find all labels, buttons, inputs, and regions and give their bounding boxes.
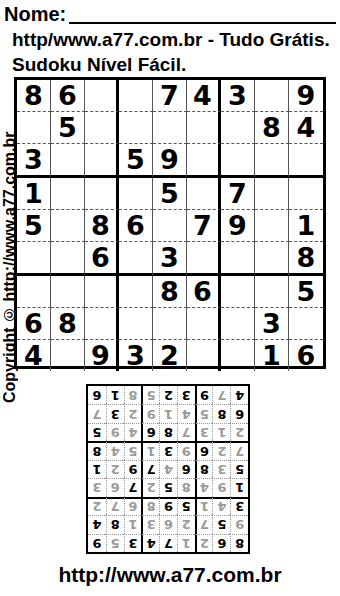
puzzle-cell-r6c7 xyxy=(221,242,255,276)
puzzle-cell-r1c7: 3 xyxy=(221,80,255,112)
puzzle-cell-r2c2: 5 xyxy=(51,112,85,144)
puzzle-cell-r3c2 xyxy=(51,144,85,178)
puzzle-cell-r8c5 xyxy=(153,308,187,340)
solution-cell-r9c3: 9 xyxy=(195,386,213,404)
solution-cell-r5c3: 8 xyxy=(195,460,213,478)
puzzle-cell-r6c9: 8 xyxy=(289,242,323,276)
solution-cell-r9c1: 4 xyxy=(230,386,248,404)
solution-cell-r5c2: 3 xyxy=(212,460,230,478)
puzzle-cell-r9c6 xyxy=(187,340,221,371)
puzzle-cell-r7c5: 8 xyxy=(153,276,187,308)
puzzle-cell-r1c5: 7 xyxy=(153,80,187,112)
puzzle-cell-r9c5: 2 xyxy=(153,340,187,371)
solution-cell-r7c7: 4 xyxy=(124,423,142,441)
puzzle-cell-r7c1 xyxy=(17,276,51,308)
solution-cell-r3c2: 4 xyxy=(212,497,230,515)
puzzle-cell-r8c9 xyxy=(289,308,323,340)
solution-cell-r9c7: 8 xyxy=(124,386,142,404)
solution-cell-r5c7: 9 xyxy=(124,460,142,478)
puzzle-cell-r5c4: 6 xyxy=(119,210,153,242)
puzzle-cell-r3c4: 5 xyxy=(119,144,153,178)
solution-cell-r1c7: 3 xyxy=(124,534,142,552)
solution-cell-r2c8: 8 xyxy=(106,515,124,533)
solution-cell-r4c3: 4 xyxy=(195,478,213,496)
puzzle-cell-r2c8: 8 xyxy=(255,112,289,144)
solution-cell-r4c7: 7 xyxy=(124,478,142,496)
solution-cell-r5c5: 4 xyxy=(159,460,177,478)
puzzle-cell-r5c3: 8 xyxy=(85,210,119,242)
puzzle-cell-r3c7 xyxy=(221,144,255,178)
puzzle-cell-r4c8 xyxy=(255,178,289,210)
solution-cell-r8c1: 6 xyxy=(230,404,248,422)
solution-cell-r7c1: 2 xyxy=(230,423,248,441)
solution-cell-r4c1: 1 xyxy=(230,478,248,496)
solution-cell-r1c6: 4 xyxy=(141,534,159,552)
solution-cell-r7c5: 8 xyxy=(159,423,177,441)
solution-cell-r1c8: 5 xyxy=(106,534,124,552)
solution-cell-r8c3: 5 xyxy=(195,404,213,422)
solution-cell-r9c6: 5 xyxy=(141,386,159,404)
puzzle-cell-r7c4 xyxy=(119,276,153,308)
solution-cell-r3c6: 8 xyxy=(141,497,159,515)
solution-cell-r5c9: 1 xyxy=(88,460,106,478)
puzzle-cell-r1c6: 4 xyxy=(187,80,221,112)
solution-cell-r7c2: 1 xyxy=(212,423,230,441)
puzzle-cell-r2c3 xyxy=(85,112,119,144)
puzzle-cell-r2c9: 4 xyxy=(289,112,323,144)
puzzle-cell-r2c7 xyxy=(221,112,255,144)
solution-cell-r8c4: 4 xyxy=(177,404,195,422)
solution-cell-r7c8: 9 xyxy=(106,423,124,441)
solution-cell-r9c2: 7 xyxy=(212,386,230,404)
puzzle-cell-r6c3: 6 xyxy=(85,242,119,276)
solution-cell-r6c8: 4 xyxy=(106,441,124,459)
puzzle-cell-r1c1: 8 xyxy=(17,80,51,112)
solution-cell-r5c4: 6 xyxy=(177,460,195,478)
solution-cell-r2c3: 7 xyxy=(195,515,213,533)
puzzle-cell-r7c8 xyxy=(255,276,289,308)
puzzle-cell-r2c6 xyxy=(187,112,221,144)
puzzle-cell-r4c2 xyxy=(51,178,85,210)
puzzle-cell-r6c4 xyxy=(119,242,153,276)
puzzle-cell-r1c4 xyxy=(119,80,153,112)
puzzle-cell-r9c4: 3 xyxy=(119,340,153,371)
puzzle-cell-r9c7 xyxy=(221,340,255,371)
solution-cell-r3c3: 1 xyxy=(195,497,213,515)
solution-cell-r5c6: 7 xyxy=(141,460,159,478)
puzzle-cell-r8c6 xyxy=(187,308,221,340)
solution-cell-r5c8: 2 xyxy=(106,460,124,478)
solution-cell-r6c5: 3 xyxy=(159,441,177,459)
puzzle-cell-r4c3 xyxy=(85,178,119,210)
puzzle-cell-r9c1: 4 xyxy=(17,340,51,371)
solution-cell-r8c9: 7 xyxy=(88,404,106,422)
solution-cell-r1c3: 2 xyxy=(195,534,213,552)
solution-cell-r4c9: 3 xyxy=(88,478,106,496)
solution-cell-r4c6: 2 xyxy=(141,478,159,496)
puzzle-cell-r9c8: 1 xyxy=(255,340,289,371)
puzzle-cell-r4c4 xyxy=(119,178,153,210)
puzzle-cell-r3c3 xyxy=(85,144,119,178)
puzzle-cell-r5c9: 1 xyxy=(289,210,323,242)
puzzle-cell-r4c1: 1 xyxy=(17,178,51,210)
puzzle-cell-r7c6: 6 xyxy=(187,276,221,308)
name-blank-line xyxy=(69,21,336,24)
solution-cell-r6c3: 6 xyxy=(195,441,213,459)
sudoku-puzzle-grid: 867439584359157586791638865683493216 xyxy=(14,77,326,369)
puzzle-cell-r7c7 xyxy=(221,276,255,308)
solution-cell-r9c9: 6 xyxy=(88,386,106,404)
puzzle-cell-r8c7 xyxy=(221,308,255,340)
puzzle-cell-r8c8: 3 xyxy=(255,308,289,340)
solution-cell-r3c4: 5 xyxy=(177,497,195,515)
solution-cell-r9c5: 2 xyxy=(159,386,177,404)
puzzle-cell-r5c2 xyxy=(51,210,85,242)
puzzle-cell-r4c9 xyxy=(289,178,323,210)
puzzle-cell-r5c6: 7 xyxy=(187,210,221,242)
solution-cell-r8c5: 1 xyxy=(159,404,177,422)
puzzle-cell-r3c5: 9 xyxy=(153,144,187,178)
puzzle-cell-r7c3 xyxy=(85,276,119,308)
solution-cell-r4c5: 5 xyxy=(159,478,177,496)
puzzle-cell-r4c5: 5 xyxy=(153,178,187,210)
puzzle-cell-r6c1 xyxy=(17,242,51,276)
puzzle-cell-r7c2 xyxy=(51,276,85,308)
solution-cell-r9c4: 3 xyxy=(177,386,195,404)
puzzle-cell-r6c8 xyxy=(255,242,289,276)
puzzle-cell-r3c8 xyxy=(255,144,289,178)
puzzle-cell-r8c2: 8 xyxy=(51,308,85,340)
puzzle-cell-r9c3: 9 xyxy=(85,340,119,371)
solution-cell-r8c2: 8 xyxy=(212,404,230,422)
solution-cell-r7c3: 3 xyxy=(195,423,213,441)
puzzle-cell-r3c6 xyxy=(187,144,221,178)
puzzle-cell-r6c6 xyxy=(187,242,221,276)
sudoku-solution-grid-upside-down: 8621743599572631843415986721948527635386… xyxy=(86,384,250,554)
solution-cell-r2c4: 2 xyxy=(177,515,195,533)
name-label: Nome: xyxy=(4,3,66,26)
solution-cell-r2c1: 9 xyxy=(230,515,248,533)
puzzle-cell-r5c7: 9 xyxy=(221,210,255,242)
solution-cell-r4c8: 6 xyxy=(106,478,124,496)
puzzle-cell-r4c7: 7 xyxy=(221,178,255,210)
puzzle-cell-r1c9: 9 xyxy=(289,80,323,112)
solution-cell-r8c6: 9 xyxy=(141,404,159,422)
puzzle-cell-r2c4 xyxy=(119,112,153,144)
solution-cell-r7c4: 7 xyxy=(177,423,195,441)
footer-url: http://www.a77.com.br xyxy=(0,563,340,587)
puzzle-cell-r1c2: 6 xyxy=(51,80,85,112)
solution-cell-r8c7: 2 xyxy=(124,404,142,422)
puzzle-cell-r5c1: 5 xyxy=(17,210,51,242)
puzzle-cell-r9c2 xyxy=(51,340,85,371)
solution-cell-r6c7: 5 xyxy=(124,441,142,459)
puzzle-cell-r1c8 xyxy=(255,80,289,112)
puzzle-level-title: Sudoku Nível Fácil. xyxy=(12,54,186,76)
solution-cell-r3c7: 6 xyxy=(124,497,142,515)
puzzle-cell-r6c5: 3 xyxy=(153,242,187,276)
puzzle-cell-r8c1: 6 xyxy=(17,308,51,340)
solution-cell-r8c8: 3 xyxy=(106,404,124,422)
solution-cell-r3c9: 2 xyxy=(88,497,106,515)
puzzle-cell-r9c9: 6 xyxy=(289,340,323,371)
solution-cell-r1c1: 8 xyxy=(230,534,248,552)
solution-cell-r6c9: 8 xyxy=(88,441,106,459)
puzzle-cell-r3c1: 3 xyxy=(17,144,51,178)
puzzle-cell-r8c4 xyxy=(119,308,153,340)
puzzle-cell-r5c8 xyxy=(255,210,289,242)
solution-cell-r2c6: 3 xyxy=(141,515,159,533)
solution-cell-r1c4: 1 xyxy=(177,534,195,552)
puzzle-cell-r4c6 xyxy=(187,178,221,210)
solution-cell-r4c2: 9 xyxy=(212,478,230,496)
solution-cell-r3c5: 9 xyxy=(159,497,177,515)
solution-cell-r1c9: 9 xyxy=(88,534,106,552)
solution-cell-r2c5: 6 xyxy=(159,515,177,533)
solution-cell-r7c6: 6 xyxy=(141,423,159,441)
solution-cell-r6c2: 2 xyxy=(212,441,230,459)
solution-cell-r1c5: 7 xyxy=(159,534,177,552)
puzzle-cell-r1c3 xyxy=(85,80,119,112)
solution-cell-r7c9: 5 xyxy=(88,423,106,441)
puzzle-cell-r7c9: 5 xyxy=(289,276,323,308)
puzzle-cell-r8c3 xyxy=(85,308,119,340)
solution-cell-r5c1: 5 xyxy=(230,460,248,478)
solution-cell-r1c2: 6 xyxy=(212,534,230,552)
solution-cell-r6c1: 7 xyxy=(230,441,248,459)
solution-cell-r3c8: 7 xyxy=(106,497,124,515)
site-title: http/www.a77.com.br - Tudo Grátis. xyxy=(12,29,330,51)
puzzle-cell-r3c9 xyxy=(289,144,323,178)
name-row: Nome: xyxy=(4,3,336,26)
solution-cell-r2c2: 5 xyxy=(212,515,230,533)
solution-cell-r2c9: 4 xyxy=(88,515,106,533)
solution-cell-r6c4: 9 xyxy=(177,441,195,459)
solution-cell-r2c7: 1 xyxy=(124,515,142,533)
solution-cell-r6c6: 1 xyxy=(141,441,159,459)
puzzle-cell-r2c1 xyxy=(17,112,51,144)
puzzle-cell-r5c5 xyxy=(153,210,187,242)
puzzle-cell-r6c2 xyxy=(51,242,85,276)
solution-cell-r3c1: 3 xyxy=(230,497,248,515)
solution-cell-r9c8: 1 xyxy=(106,386,124,404)
solution-cell-r4c4: 8 xyxy=(177,478,195,496)
puzzle-cell-r2c5 xyxy=(153,112,187,144)
